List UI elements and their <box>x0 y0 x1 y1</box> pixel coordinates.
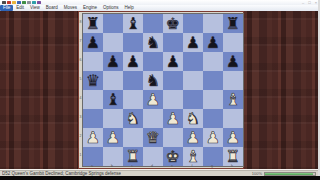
minimize-button[interactable]: – <box>302 1 304 5</box>
square-g4[interactable] <box>203 90 223 109</box>
square-d8[interactable] <box>143 14 163 33</box>
open-icon[interactable] <box>12 1 16 4</box>
square-h6[interactable]: ♟ <box>223 52 243 71</box>
square-e2[interactable] <box>163 128 183 147</box>
help-icon[interactable] <box>37 1 41 4</box>
square-e5[interactable] <box>163 71 183 90</box>
square-c1[interactable]: ♜ <box>123 147 143 166</box>
black-bishop-b4[interactable]: ♝ <box>103 90 123 109</box>
square-e8[interactable]: ♚ <box>163 14 183 33</box>
board-icon[interactable] <box>22 1 26 4</box>
window-controls: – □ × <box>302 1 317 5</box>
white-king-e1[interactable]: ♚ <box>163 147 183 166</box>
white-pawn-d4[interactable]: ♟ <box>143 90 163 109</box>
black-pawn-a7[interactable]: ♟ <box>83 33 103 52</box>
square-a1[interactable] <box>83 147 103 166</box>
maximize-button[interactable]: □ <box>308 1 310 5</box>
white-rook-c1[interactable]: ♜ <box>123 147 143 166</box>
square-h8[interactable]: ♜ <box>223 14 243 33</box>
white-queen-d2[interactable]: ♛ <box>143 128 163 147</box>
wood-background: 87654321 ♜♝♚♜♟♞♟♟♟♟♟♟♛♞♝♟♝♞♟♞♟♟♛♟♟♟♜♚♝♜ … <box>0 11 320 169</box>
close-button[interactable]: × <box>315 1 317 5</box>
square-f4[interactable] <box>183 90 203 109</box>
square-e7[interactable] <box>163 33 183 52</box>
file-label-b: b <box>102 165 122 169</box>
square-h5[interactable] <box>223 71 243 90</box>
square-a2[interactable]: ♟ <box>83 128 103 147</box>
square-d7[interactable]: ♞ <box>143 33 163 52</box>
white-pawn-b2[interactable]: ♟ <box>103 128 123 147</box>
black-queen-a5[interactable]: ♛ <box>83 71 103 90</box>
app-window: – □ × FileEditViewBoardMovesEngineOption… <box>0 0 320 180</box>
square-h4[interactable]: ♝ <box>223 90 243 109</box>
square-h3[interactable] <box>223 109 243 128</box>
chess-board[interactable]: ♜♝♚♜♟♞♟♟♟♟♟♟♛♞♝♟♝♞♟♞♟♟♛♟♟♟♜♚♝♜ <box>82 13 244 167</box>
file-label-h: h <box>222 165 242 169</box>
app-icon[interactable] <box>2 1 6 4</box>
white-knight-f3[interactable]: ♞ <box>183 109 203 128</box>
white-pawn-f2[interactable]: ♟ <box>183 128 203 147</box>
letterbox-bottom <box>0 176 320 180</box>
white-rook-h1[interactable]: ♜ <box>223 147 243 166</box>
engine-icon[interactable] <box>32 1 36 4</box>
square-a6[interactable] <box>83 52 103 71</box>
white-knight-c3[interactable]: ♞ <box>123 109 143 128</box>
black-rook-h8[interactable]: ♜ <box>223 14 243 33</box>
white-pawn-a2[interactable]: ♟ <box>83 128 103 147</box>
square-c4[interactable] <box>123 90 143 109</box>
square-g2[interactable]: ♟ <box>203 128 223 147</box>
square-f6[interactable] <box>183 52 203 71</box>
board-frame: 87654321 ♜♝♚♜♟♞♟♟♟♟♟♟♛♞♝♟♝♞♟♞♟♟♛♟♟♟♜♚♝♜ … <box>78 11 244 169</box>
square-f5[interactable] <box>183 71 203 90</box>
file-label-e: e <box>162 165 182 169</box>
square-d5[interactable]: ♞ <box>143 71 163 90</box>
square-f1[interactable]: ♝ <box>183 147 203 166</box>
white-bishop-f1[interactable]: ♝ <box>183 147 203 166</box>
square-c3[interactable]: ♞ <box>123 109 143 128</box>
square-b2[interactable]: ♟ <box>103 128 123 147</box>
square-e6[interactable]: ♟ <box>163 52 183 71</box>
square-a8[interactable]: ♜ <box>83 14 103 33</box>
new-icon[interactable] <box>7 1 11 4</box>
square-b4[interactable]: ♝ <box>103 90 123 109</box>
copy-icon[interactable] <box>27 1 31 4</box>
square-d6[interactable] <box>143 52 163 71</box>
square-b1[interactable] <box>103 147 123 166</box>
square-b7[interactable] <box>103 33 123 52</box>
square-f2[interactable]: ♟ <box>183 128 203 147</box>
black-pawn-g7[interactable]: ♟ <box>203 33 223 52</box>
square-c2[interactable] <box>123 128 143 147</box>
black-knight-d5[interactable]: ♞ <box>143 71 163 90</box>
square-g5[interactable] <box>203 71 223 90</box>
square-g1[interactable] <box>203 147 223 166</box>
square-e4[interactable] <box>163 90 183 109</box>
square-b8[interactable] <box>103 14 123 33</box>
square-f3[interactable]: ♞ <box>183 109 203 128</box>
black-pawn-b6[interactable]: ♟ <box>103 52 123 71</box>
square-c7[interactable] <box>123 33 143 52</box>
black-rook-a8[interactable]: ♜ <box>83 14 103 33</box>
square-g6[interactable] <box>203 52 223 71</box>
square-c5[interactable] <box>123 71 143 90</box>
square-b5[interactable] <box>103 71 123 90</box>
white-pawn-e3[interactable]: ♟ <box>163 109 183 128</box>
square-g3[interactable] <box>203 109 223 128</box>
square-a7[interactable]: ♟ <box>83 33 103 52</box>
black-pawn-h6[interactable]: ♟ <box>223 52 243 71</box>
square-e1[interactable]: ♚ <box>163 147 183 166</box>
square-a3[interactable] <box>83 109 103 128</box>
square-b3[interactable] <box>103 109 123 128</box>
square-g8[interactable] <box>203 14 223 33</box>
square-c8[interactable]: ♝ <box>123 14 143 33</box>
square-f8[interactable] <box>183 14 203 33</box>
square-h1[interactable]: ♜ <box>223 147 243 166</box>
black-bishop-c8[interactable]: ♝ <box>123 14 143 33</box>
black-king-e8[interactable]: ♚ <box>163 14 183 33</box>
file-label-g: g <box>202 165 222 169</box>
square-d4[interactable]: ♟ <box>143 90 163 109</box>
square-b6[interactable]: ♟ <box>103 52 123 71</box>
square-g7[interactable]: ♟ <box>203 33 223 52</box>
black-pawn-c6[interactable]: ♟ <box>123 52 143 71</box>
engine-progress-bar <box>264 172 316 176</box>
square-d1[interactable] <box>143 147 163 166</box>
file-label-d: d <box>142 165 162 169</box>
black-pawn-f7[interactable]: ♟ <box>183 33 203 52</box>
square-c6[interactable]: ♟ <box>123 52 143 71</box>
square-d2[interactable]: ♛ <box>143 128 163 147</box>
square-e3[interactable]: ♟ <box>163 109 183 128</box>
white-pawn-h2[interactable]: ♟ <box>223 128 243 147</box>
toolbar-icons <box>2 1 41 4</box>
square-h2[interactable]: ♟ <box>223 128 243 147</box>
file-label-f: f <box>182 165 202 169</box>
file-label-c: c <box>122 165 142 169</box>
white-bishop-h4[interactable]: ♝ <box>223 90 243 109</box>
save-icon[interactable] <box>17 1 21 4</box>
file-label-a: a <box>82 165 102 169</box>
square-a4[interactable] <box>83 90 103 109</box>
square-a5[interactable]: ♛ <box>83 71 103 90</box>
square-d3[interactable] <box>143 109 163 128</box>
white-pawn-g2[interactable]: ♟ <box>203 128 223 147</box>
black-knight-d7[interactable]: ♞ <box>143 33 163 52</box>
black-pawn-e6[interactable]: ♟ <box>163 52 183 71</box>
square-f7[interactable]: ♟ <box>183 33 203 52</box>
square-h7[interactable] <box>223 33 243 52</box>
file-labels: abcdefgh <box>82 165 242 169</box>
